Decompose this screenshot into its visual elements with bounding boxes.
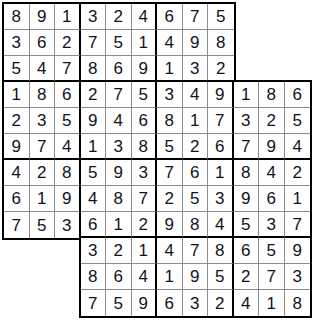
sudoku-cell[interactable]: 4	[4, 160, 30, 186]
sudoku-cell[interactable]: 3	[30, 108, 56, 134]
sudoku-cell[interactable]: 4	[81, 186, 107, 212]
sudoku-cell[interactable]: 2	[259, 108, 285, 134]
sudoku-cell[interactable]: 5	[234, 212, 260, 238]
sudoku-cell[interactable]: 7	[183, 238, 209, 264]
sudoku-cell[interactable]: 8	[132, 134, 158, 160]
sudoku-cell[interactable]: 4	[259, 160, 285, 186]
sudoku-cell[interactable]: 8	[183, 212, 209, 238]
sudoku-cell[interactable]: 2	[106, 238, 132, 264]
sudoku-cell[interactable]: 9	[183, 30, 209, 56]
sudoku-cell[interactable]: 5	[4, 56, 30, 82]
sudoku-cell[interactable]: 6	[132, 108, 158, 134]
sudoku-cell[interactable]: 1	[4, 82, 30, 108]
sudoku-cell[interactable]: 3	[132, 160, 158, 186]
sudoku-cell[interactable]: 2	[208, 290, 234, 316]
sudoku-cell[interactable]: 3	[4, 30, 30, 56]
sudoku-cell[interactable]: 2	[132, 212, 158, 238]
sudoku-cell[interactable]: 7	[81, 290, 107, 316]
sudoku-cell[interactable]: 6	[55, 82, 81, 108]
sudoku-cell[interactable]: 5	[285, 108, 311, 134]
sudoku-cell[interactable]: 6	[259, 186, 285, 212]
sudoku-cell[interactable]: 9	[30, 4, 56, 30]
sudoku-cell[interactable]: 8	[208, 238, 234, 264]
sudoku-cell[interactable]: 2	[106, 4, 132, 30]
sudoku-cell[interactable]: 8	[259, 82, 285, 108]
sudoku-cell[interactable]: 1	[30, 186, 56, 212]
sudoku-cell[interactable]: 4	[30, 56, 56, 82]
sudoku-cell[interactable]: 9	[208, 82, 234, 108]
sudoku-cell[interactable]: 3	[234, 108, 260, 134]
sudoku-cell[interactable]: 4	[183, 82, 209, 108]
sudoku-cell[interactable]: 9	[183, 264, 209, 290]
sudoku-cell[interactable]: 6	[106, 56, 132, 82]
sudoku-cell[interactable]: 9	[132, 290, 158, 316]
sudoku-cell[interactable]: 3	[157, 82, 183, 108]
sudoku-cell[interactable]: 8	[30, 82, 56, 108]
sudoku-cell[interactable]: 1	[55, 4, 81, 30]
sudoku-cell[interactable]: 2	[4, 108, 30, 134]
sudoku-cell[interactable]: 7	[285, 212, 311, 238]
sudoku-cell[interactable]: 6	[106, 264, 132, 290]
sudoku-cell[interactable]: 9	[106, 160, 132, 186]
sudoku-cell[interactable]: 1	[106, 212, 132, 238]
sudoku-cell[interactable]: 4	[106, 108, 132, 134]
sudoku-cell[interactable]: 5	[183, 186, 209, 212]
sudoku-cell[interactable]: 5	[106, 30, 132, 56]
sudoku-cell[interactable]: 5	[208, 264, 234, 290]
sudoku-cell[interactable]: 7	[234, 134, 260, 160]
sudoku-cell[interactable]: 6	[183, 160, 209, 186]
sudoku-cell[interactable]: 3	[106, 134, 132, 160]
sudoku-cell[interactable]: 1	[234, 82, 260, 108]
sudoku-cell[interactable]: 8	[4, 4, 30, 30]
sudoku-cell[interactable]: 7	[55, 56, 81, 82]
sudoku-cell[interactable]: 2	[55, 30, 81, 56]
sudoku-cell[interactable]: 1	[157, 56, 183, 82]
sudoku-cell[interactable]: 6	[30, 30, 56, 56]
sudoku-cell[interactable]: 1	[208, 160, 234, 186]
sudoku-cell[interactable]: 9	[81, 108, 107, 134]
sudoku-cell[interactable]: 2	[157, 186, 183, 212]
sudoku-cell[interactable]: 2	[285, 160, 311, 186]
sudoku-cell[interactable]: 3	[183, 56, 209, 82]
sudoku-cell[interactable]: 4	[285, 134, 311, 160]
sudoku-cell[interactable]: 4	[157, 238, 183, 264]
sudoku-cell[interactable]: 4	[55, 134, 81, 160]
sudoku-cell[interactable]: 8	[157, 108, 183, 134]
sudoku-cell[interactable]: 1	[157, 264, 183, 290]
sudoku-cell[interactable]: 2	[30, 160, 56, 186]
sudoku-cell[interactable]: 9	[157, 212, 183, 238]
sudoku-cell[interactable]: 5	[259, 238, 285, 264]
sudoku-cell[interactable]: 7	[132, 186, 158, 212]
sudoku-cell[interactable]: 3	[259, 212, 285, 238]
sudoku-cell[interactable]: 9	[132, 56, 158, 82]
sudoku-cell[interactable]: 6	[157, 290, 183, 316]
sudoku-cell[interactable]: 5	[81, 160, 107, 186]
sudoku-cell[interactable]: 3	[208, 186, 234, 212]
sudoku-cell[interactable]: 4	[132, 4, 158, 30]
sudoku-cell[interactable]: 2	[234, 264, 260, 290]
sudoku-cell[interactable]: 4	[234, 290, 260, 316]
sudoku-cell[interactable]: 6	[157, 4, 183, 30]
sudoku-cell[interactable]: 7	[4, 212, 30, 238]
sudoku-cell[interactable]: 6	[285, 82, 311, 108]
sudoku-cell[interactable]: 3	[81, 4, 107, 30]
sudoku-cell[interactable]: 4	[132, 264, 158, 290]
sudoku-cell[interactable]: 7	[259, 264, 285, 290]
sudoku-cell[interactable]: 3	[81, 238, 107, 264]
sudoku-cell[interactable]: 9	[234, 186, 260, 212]
sudoku-cell[interactable]: 8	[55, 160, 81, 186]
sudoku-cell[interactable]: 9	[285, 238, 311, 264]
sudoku-cell[interactable]: 5	[55, 108, 81, 134]
sudoku-cell[interactable]: 2	[81, 82, 107, 108]
sudoku-cell[interactable]: 7	[208, 108, 234, 134]
sudoku-cell[interactable]: 7	[81, 30, 107, 56]
sudoku-cell[interactable]: 1	[285, 186, 311, 212]
sudoku-cell[interactable]: 4	[157, 30, 183, 56]
sudoku-cell[interactable]: 5	[157, 134, 183, 160]
sudoku-cell[interactable]: 2	[208, 56, 234, 82]
sudoku-cell[interactable]: 6	[81, 212, 107, 238]
sudoku-cell[interactable]: 7	[157, 160, 183, 186]
sudoku-cell[interactable]: 6	[234, 238, 260, 264]
sudoku-cell[interactable]: 9	[55, 186, 81, 212]
sudoku-cell[interactable]: 7	[30, 134, 56, 160]
sudoku-cell[interactable]: 1	[259, 290, 285, 316]
sudoku-cell[interactable]: 8	[285, 290, 311, 316]
sudoku-cell[interactable]: 1	[81, 134, 107, 160]
sudoku-cell[interactable]: 6	[4, 186, 30, 212]
sudoku-cell[interactable]: 8	[81, 56, 107, 82]
sudoku-cell[interactable]: 9	[259, 134, 285, 160]
sudoku-cell[interactable]: 5	[132, 82, 158, 108]
sudoku-cell[interactable]: 3	[285, 264, 311, 290]
sudoku-cell[interactable]: 5	[30, 212, 56, 238]
sudoku-cell[interactable]: 4	[208, 212, 234, 238]
sudoku-cell[interactable]: 3	[183, 290, 209, 316]
sudoku-cell[interactable]: 5	[106, 290, 132, 316]
sudoku-cell[interactable]: 1	[183, 108, 209, 134]
sudoku-cell[interactable]: 8	[106, 186, 132, 212]
sudoku-grid-b: 2753491869468173251385267945937618424872…	[79, 80, 313, 318]
sudoku-cell[interactable]: 8	[234, 160, 260, 186]
sudoku-cell[interactable]: 8	[208, 30, 234, 56]
sudoku-cell[interactable]: 1	[132, 30, 158, 56]
sudoku-cell[interactable]: 7	[183, 4, 209, 30]
sudoku-cell[interactable]: 7	[106, 82, 132, 108]
sudoku-cell[interactable]: 8	[81, 264, 107, 290]
sudoku-cell[interactable]: 3	[55, 212, 81, 238]
sudoku-cell[interactable]: 6	[208, 134, 234, 160]
sudoku-cell[interactable]: 1	[132, 238, 158, 264]
sudoku-cell[interactable]: 5	[208, 4, 234, 30]
sudoku-cell[interactable]: 9	[4, 134, 30, 160]
sudoku-cell[interactable]: 2	[183, 134, 209, 160]
